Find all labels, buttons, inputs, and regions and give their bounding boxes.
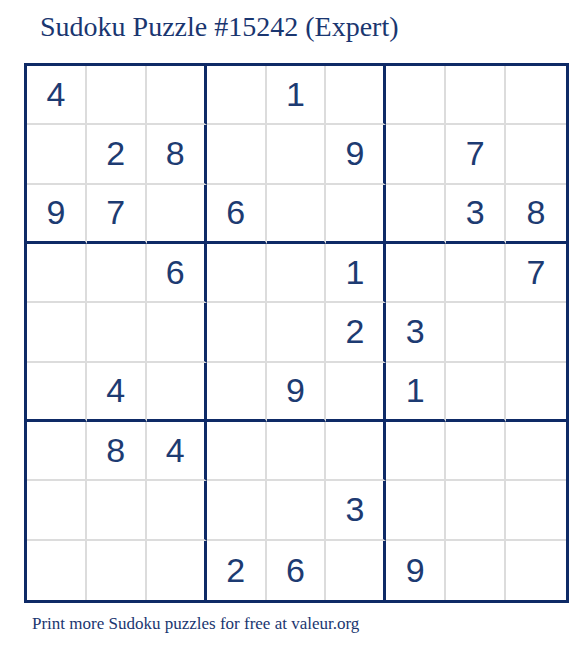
cell-r6c6[interactable] <box>326 363 386 422</box>
cell-r1c5[interactable]: 1 <box>267 66 327 125</box>
cell-r7c3[interactable]: 4 <box>147 422 207 481</box>
cell-r5c3[interactable] <box>147 303 207 362</box>
cell-r4c3[interactable]: 6 <box>147 244 207 303</box>
cell-r9c4[interactable]: 2 <box>207 541 267 600</box>
cell-r8c7[interactable] <box>386 481 446 540</box>
cell-r9c8[interactable] <box>446 541 506 600</box>
cell-r6c8[interactable] <box>446 363 506 422</box>
cell-r8c1[interactable] <box>27 481 87 540</box>
cell-r1c6[interactable] <box>326 66 386 125</box>
cell-r1c3[interactable] <box>147 66 207 125</box>
cell-r8c5[interactable] <box>267 481 327 540</box>
cell-r6c9[interactable] <box>506 363 566 422</box>
cell-r5c2[interactable] <box>87 303 147 362</box>
cell-r6c1[interactable] <box>27 363 87 422</box>
cell-r4c8[interactable] <box>446 244 506 303</box>
cell-r6c2[interactable]: 4 <box>87 363 147 422</box>
cell-r1c9[interactable] <box>506 66 566 125</box>
cell-r4c1[interactable] <box>27 244 87 303</box>
cell-r1c8[interactable] <box>446 66 506 125</box>
cell-r3c2[interactable]: 7 <box>87 185 147 244</box>
cell-r9c5[interactable]: 6 <box>267 541 327 600</box>
cell-r9c2[interactable] <box>87 541 147 600</box>
sudoku-grid: 4128979763861723491843269 <box>24 63 569 603</box>
cell-r6c5[interactable]: 9 <box>267 363 327 422</box>
cell-r3c9[interactable]: 8 <box>506 185 566 244</box>
cell-r6c3[interactable] <box>147 363 207 422</box>
cell-r7c6[interactable] <box>326 422 386 481</box>
cell-r3c7[interactable] <box>386 185 446 244</box>
cell-r4c9[interactable]: 7 <box>506 244 566 303</box>
cell-r3c6[interactable] <box>326 185 386 244</box>
cell-r7c8[interactable] <box>446 422 506 481</box>
cell-r5c9[interactable] <box>506 303 566 362</box>
cell-r2c4[interactable] <box>207 125 267 184</box>
cell-r5c6[interactable]: 2 <box>326 303 386 362</box>
cell-r8c8[interactable] <box>446 481 506 540</box>
cell-r2c5[interactable] <box>267 125 327 184</box>
cell-r4c2[interactable] <box>87 244 147 303</box>
cell-r6c7[interactable]: 1 <box>386 363 446 422</box>
cell-r7c1[interactable] <box>27 422 87 481</box>
cell-r9c7[interactable]: 9 <box>386 541 446 600</box>
cell-r8c9[interactable] <box>506 481 566 540</box>
cell-r7c4[interactable] <box>207 422 267 481</box>
cell-r7c5[interactable] <box>267 422 327 481</box>
cell-r4c6[interactable]: 1 <box>326 244 386 303</box>
cell-r2c8[interactable]: 7 <box>446 125 506 184</box>
cell-r2c7[interactable] <box>386 125 446 184</box>
cell-r1c7[interactable] <box>386 66 446 125</box>
cell-r3c3[interactable] <box>147 185 207 244</box>
cell-r2c9[interactable] <box>506 125 566 184</box>
cell-r5c1[interactable] <box>27 303 87 362</box>
page-title: Sudoku Puzzle #15242 (Expert) <box>40 11 399 43</box>
cell-r2c6[interactable]: 9 <box>326 125 386 184</box>
cell-r7c2[interactable]: 8 <box>87 422 147 481</box>
cell-r8c6[interactable]: 3 <box>326 481 386 540</box>
cell-r6c4[interactable] <box>207 363 267 422</box>
cell-r5c7[interactable]: 3 <box>386 303 446 362</box>
cell-r9c9[interactable] <box>506 541 566 600</box>
cell-r5c5[interactable] <box>267 303 327 362</box>
cell-r4c7[interactable] <box>386 244 446 303</box>
footer-text: Print more Sudoku puzzles for free at va… <box>32 614 359 634</box>
cell-r2c2[interactable]: 2 <box>87 125 147 184</box>
cell-r4c5[interactable] <box>267 244 327 303</box>
cell-r3c4[interactable]: 6 <box>207 185 267 244</box>
cell-r2c3[interactable]: 8 <box>147 125 207 184</box>
cell-r5c4[interactable] <box>207 303 267 362</box>
cell-r8c4[interactable] <box>207 481 267 540</box>
cell-r8c3[interactable] <box>147 481 207 540</box>
cell-r2c1[interactable] <box>27 125 87 184</box>
cell-r7c9[interactable] <box>506 422 566 481</box>
cell-r1c4[interactable] <box>207 66 267 125</box>
cell-r3c8[interactable]: 3 <box>446 185 506 244</box>
cell-r5c8[interactable] <box>446 303 506 362</box>
cell-r3c5[interactable] <box>267 185 327 244</box>
cell-r7c7[interactable] <box>386 422 446 481</box>
cell-r3c1[interactable]: 9 <box>27 185 87 244</box>
cell-r1c1[interactable]: 4 <box>27 66 87 125</box>
cell-r9c1[interactable] <box>27 541 87 600</box>
cell-r4c4[interactable] <box>207 244 267 303</box>
cell-r1c2[interactable] <box>87 66 147 125</box>
cell-r9c3[interactable] <box>147 541 207 600</box>
cell-r8c2[interactable] <box>87 481 147 540</box>
cell-r9c6[interactable] <box>326 541 386 600</box>
